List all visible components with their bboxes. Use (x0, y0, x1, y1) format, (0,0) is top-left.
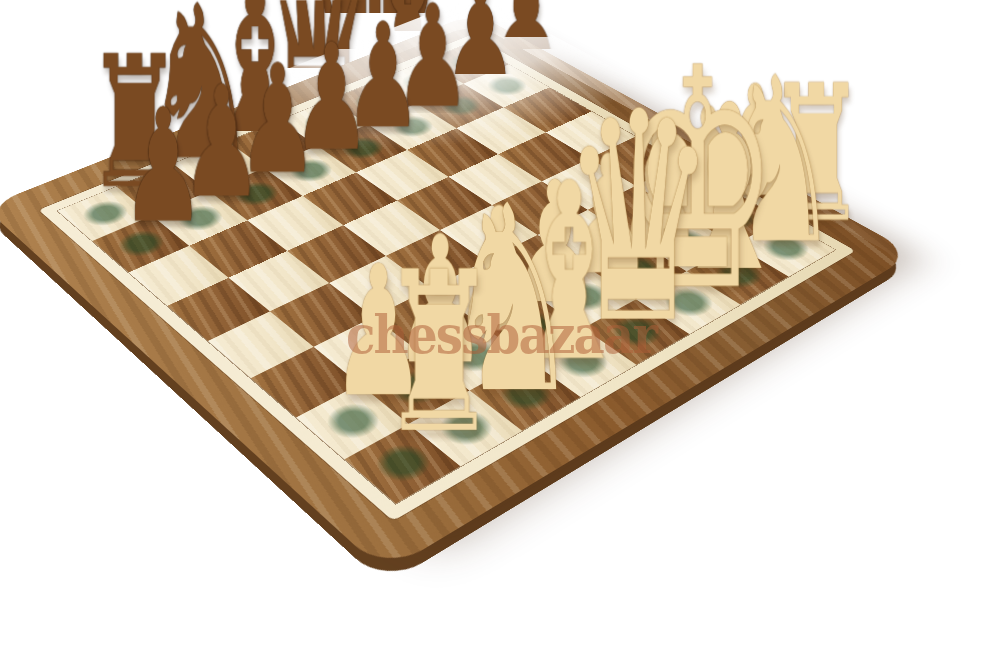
board-border-strip: ♜♞♝♛♚♝♞♜♟♟♟♟♟♟♟♟♟♟♟♟♟♟♟♟♜♞♝♛♚♝♞♜ (39, 35, 856, 521)
product-photo-scene: ♜♞♝♛♚♝♞♜♟♟♟♟♟♟♟♟♟♟♟♟♟♟♟♟♜♞♝♛♚♝♞♜ chessba… (0, 0, 1000, 667)
watermark: chessbazaar (346, 304, 656, 365)
board-rail: ♜♞♝♛♚♝♞♜♟♟♟♟♟♟♟♟♟♟♟♟♟♟♟♟♜♞♝♛♚♝♞♜ (0, 13, 914, 573)
black-pawn: ♟ (121, 88, 163, 245)
square-b5 (229, 251, 330, 311)
board-grid: ♜♞♝♛♚♝♞♜♟♟♟♟♟♟♟♟♟♟♟♟♟♟♟♟♜♞♝♛♚♝♞♜ (58, 43, 836, 504)
chess-board: ♜♞♝♛♚♝♞♜♟♟♟♟♟♟♟♟♟♟♟♟♟♟♟♟♜♞♝♛♚♝♞♜ (0, 13, 914, 573)
